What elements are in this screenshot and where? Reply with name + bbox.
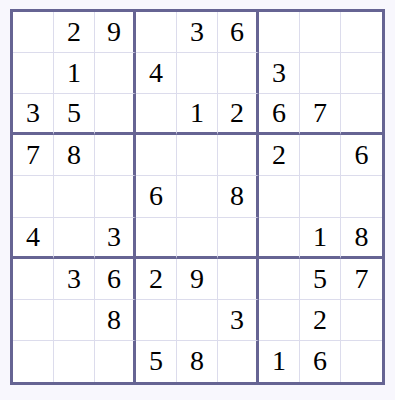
- cell-r3c4[interactable]: [136, 94, 177, 135]
- cell-r4c7: 2: [259, 135, 300, 176]
- cell-r3c7: 6: [259, 94, 300, 135]
- cell-r3c5: 1: [177, 94, 218, 135]
- cell-r6c9: 8: [341, 218, 382, 259]
- cell-r7c6[interactable]: [218, 259, 259, 300]
- cell-r6c4[interactable]: [136, 218, 177, 259]
- cell-r4c2: 8: [54, 135, 95, 176]
- cell-r2c3[interactable]: [95, 53, 136, 94]
- cell-r4c3[interactable]: [95, 135, 136, 176]
- cell-r1c9[interactable]: [341, 12, 382, 53]
- cell-r5c4: 6: [136, 176, 177, 217]
- cell-r5c5[interactable]: [177, 176, 218, 217]
- cell-r9c6[interactable]: [218, 341, 259, 382]
- cell-r2c7: 3: [259, 53, 300, 94]
- cell-r7c9: 7: [341, 259, 382, 300]
- cell-r5c3[interactable]: [95, 176, 136, 217]
- cell-r8c9[interactable]: [341, 300, 382, 341]
- cell-r5c9[interactable]: [341, 176, 382, 217]
- cell-r8c4[interactable]: [136, 300, 177, 341]
- sudoku-board: 293614335126778266843183629578325816: [10, 9, 385, 385]
- cell-r2c8[interactable]: [300, 53, 341, 94]
- cell-r7c3: 6: [95, 259, 136, 300]
- cell-r8c2[interactable]: [54, 300, 95, 341]
- cell-r5c6: 8: [218, 176, 259, 217]
- cell-r4c9: 6: [341, 135, 382, 176]
- cell-r9c4: 5: [136, 341, 177, 382]
- cell-r6c2[interactable]: [54, 218, 95, 259]
- cell-r1c8[interactable]: [300, 12, 341, 53]
- cell-r9c9[interactable]: [341, 341, 382, 382]
- cell-r9c5: 8: [177, 341, 218, 382]
- cell-r7c2: 3: [54, 259, 95, 300]
- cell-r3c6: 2: [218, 94, 259, 135]
- sudoku-page: 293614335126778266843183629578325816: [0, 0, 395, 400]
- cell-r1c1[interactable]: [13, 12, 54, 53]
- cell-r8c1[interactable]: [13, 300, 54, 341]
- cell-r2c2: 1: [54, 53, 95, 94]
- cell-r6c5[interactable]: [177, 218, 218, 259]
- cell-r7c5: 9: [177, 259, 218, 300]
- cell-r7c1[interactable]: [13, 259, 54, 300]
- cell-r3c2: 5: [54, 94, 95, 135]
- cell-r6c3: 3: [95, 218, 136, 259]
- cell-r6c8: 1: [300, 218, 341, 259]
- cell-r1c6: 6: [218, 12, 259, 53]
- cell-r1c4[interactable]: [136, 12, 177, 53]
- cell-r3c1: 3: [13, 94, 54, 135]
- cell-r9c8: 6: [300, 341, 341, 382]
- cell-r8c5[interactable]: [177, 300, 218, 341]
- cell-r2c4: 4: [136, 53, 177, 94]
- cell-r7c7[interactable]: [259, 259, 300, 300]
- cell-r4c4[interactable]: [136, 135, 177, 176]
- cell-r9c3[interactable]: [95, 341, 136, 382]
- cell-r3c3[interactable]: [95, 94, 136, 135]
- cell-r2c5[interactable]: [177, 53, 218, 94]
- cell-r1c2: 2: [54, 12, 95, 53]
- cell-r2c1[interactable]: [13, 53, 54, 94]
- cell-r1c5: 3: [177, 12, 218, 53]
- cell-r5c1[interactable]: [13, 176, 54, 217]
- cell-r3c8: 7: [300, 94, 341, 135]
- cell-r2c9[interactable]: [341, 53, 382, 94]
- cell-r6c7[interactable]: [259, 218, 300, 259]
- cell-r7c8: 5: [300, 259, 341, 300]
- cell-r3c9[interactable]: [341, 94, 382, 135]
- cell-r4c5[interactable]: [177, 135, 218, 176]
- cell-r7c4: 2: [136, 259, 177, 300]
- cell-r6c1: 4: [13, 218, 54, 259]
- cell-r9c1[interactable]: [13, 341, 54, 382]
- cell-r8c6: 3: [218, 300, 259, 341]
- cell-r8c3: 8: [95, 300, 136, 341]
- cell-r1c7[interactable]: [259, 12, 300, 53]
- cell-r9c2[interactable]: [54, 341, 95, 382]
- cell-r8c7[interactable]: [259, 300, 300, 341]
- cell-r1c3: 9: [95, 12, 136, 53]
- cell-r4c6[interactable]: [218, 135, 259, 176]
- cell-r5c8[interactable]: [300, 176, 341, 217]
- cell-r5c2[interactable]: [54, 176, 95, 217]
- cell-r4c8[interactable]: [300, 135, 341, 176]
- cell-r9c7: 1: [259, 341, 300, 382]
- cell-r6c6[interactable]: [218, 218, 259, 259]
- cell-r8c8: 2: [300, 300, 341, 341]
- cell-r4c1: 7: [13, 135, 54, 176]
- cell-r5c7[interactable]: [259, 176, 300, 217]
- cell-r2c6[interactable]: [218, 53, 259, 94]
